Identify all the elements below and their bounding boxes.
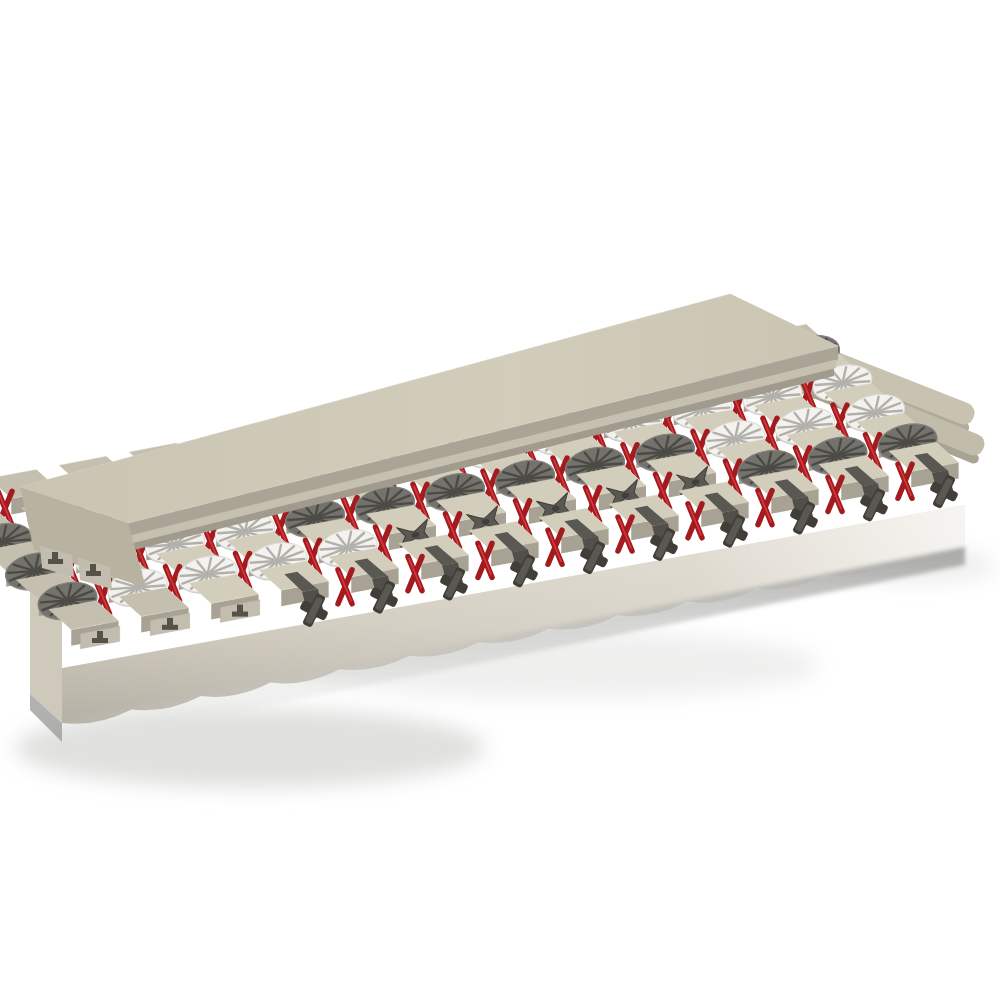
red-cord	[548, 530, 562, 564]
red-cord	[688, 504, 702, 538]
red-cord	[898, 464, 912, 498]
product-render-scene	[0, 0, 1000, 1001]
red-cord	[338, 570, 352, 604]
red-cord	[758, 491, 772, 525]
red-cord	[618, 517, 632, 551]
render-canvas	[0, 0, 1000, 1001]
red-cord	[828, 477, 842, 511]
red-cord	[408, 557, 422, 591]
red-cord	[478, 543, 492, 577]
